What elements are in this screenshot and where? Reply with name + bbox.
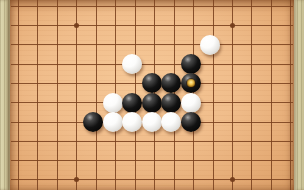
stone-white xyxy=(122,54,142,74)
grid-line-vertical xyxy=(251,0,252,190)
stone-black xyxy=(181,54,201,74)
grid-line-horizontal xyxy=(11,64,293,65)
gomoku-app-screen xyxy=(0,0,304,190)
stone-black xyxy=(181,73,201,93)
stone-white xyxy=(161,112,181,132)
stone-black xyxy=(181,112,201,132)
stone-black xyxy=(161,93,181,113)
grid-line-horizontal xyxy=(11,6,293,7)
grid-line-horizontal xyxy=(11,179,293,180)
stone-black xyxy=(142,73,162,93)
grid-line-horizontal xyxy=(11,141,293,142)
board-layers xyxy=(0,0,304,190)
grid-line-vertical xyxy=(37,0,38,190)
grid-line-vertical xyxy=(96,0,97,190)
grid-line-horizontal xyxy=(11,44,293,45)
stone-white xyxy=(103,112,123,132)
stone-black xyxy=(142,93,162,113)
grid-line-horizontal xyxy=(11,160,293,161)
stone-black xyxy=(122,93,142,113)
stone-white xyxy=(181,93,201,113)
grid-line-vertical xyxy=(271,0,272,190)
star-point xyxy=(230,23,235,28)
stone-black xyxy=(161,73,181,93)
stone-white xyxy=(200,35,220,55)
last-move-marker xyxy=(187,79,195,87)
grid-line-vertical xyxy=(213,0,214,190)
grid-line-vertical xyxy=(76,0,77,190)
stone-black xyxy=(83,112,103,132)
grid-line-vertical xyxy=(232,0,233,190)
grid-line-vertical xyxy=(18,0,19,190)
star-point xyxy=(74,177,79,182)
star-point xyxy=(74,23,79,28)
grid-line-vertical xyxy=(290,0,291,190)
stone-white xyxy=(142,112,162,132)
grid-line-vertical xyxy=(57,0,58,190)
stone-white xyxy=(103,93,123,113)
star-point xyxy=(230,177,235,182)
grid-line-horizontal xyxy=(11,25,293,26)
stone-white xyxy=(122,112,142,132)
